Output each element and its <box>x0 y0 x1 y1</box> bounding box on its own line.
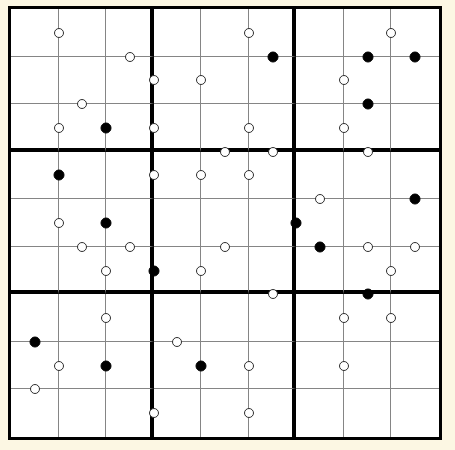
grid-cell-r7c4[interactable] <box>154 294 202 342</box>
grid-cell-r5c6[interactable] <box>249 199 297 247</box>
grid-cell-r1c7[interactable] <box>296 9 344 57</box>
grid-cell-r7c1[interactable] <box>11 294 59 342</box>
grid-cell-r3c5[interactable] <box>201 104 249 152</box>
grid-cell-r5c9[interactable] <box>391 199 439 247</box>
grid-cell-r6c9[interactable] <box>391 247 439 295</box>
board-grid <box>11 9 439 437</box>
grid-cell-r1c3[interactable] <box>106 9 154 57</box>
grid-cell-r9c3[interactable] <box>106 389 154 437</box>
grid-cell-r4c7[interactable] <box>296 152 344 200</box>
grid-cell-r3c1[interactable] <box>11 104 59 152</box>
grid-cell-r6c1[interactable] <box>11 247 59 295</box>
grid-cell-r8c6[interactable] <box>249 342 297 390</box>
grid-cell-r4c5[interactable] <box>201 152 249 200</box>
grid-cell-r9c8[interactable] <box>344 389 392 437</box>
grid-cell-r5c3[interactable] <box>106 199 154 247</box>
grid-cell-r8c5[interactable] <box>201 342 249 390</box>
grid-cell-r6c8[interactable] <box>344 247 392 295</box>
grid-cell-r2c4[interactable] <box>154 57 202 105</box>
grid-cell-r1c9[interactable] <box>391 9 439 57</box>
grid-cell-r1c4[interactable] <box>154 9 202 57</box>
grid-cell-r2c2[interactable] <box>59 57 107 105</box>
grid-cell-r8c7[interactable] <box>296 342 344 390</box>
grid-cell-r4c2[interactable] <box>59 152 107 200</box>
grid-cell-r3c9[interactable] <box>391 104 439 152</box>
grid-cell-r8c1[interactable] <box>11 342 59 390</box>
grid-cell-r7c9[interactable] <box>391 294 439 342</box>
grid-cell-r4c8[interactable] <box>344 152 392 200</box>
grid-cell-r6c4[interactable] <box>154 247 202 295</box>
grid-cell-r6c3[interactable] <box>106 247 154 295</box>
grid-cell-r1c1[interactable] <box>11 9 59 57</box>
grid-cell-r8c9[interactable] <box>391 342 439 390</box>
grid-cell-r3c4[interactable] <box>154 104 202 152</box>
grid-cell-r3c8[interactable] <box>344 104 392 152</box>
grid-cell-r2c9[interactable] <box>391 57 439 105</box>
grid-cell-r8c4[interactable] <box>154 342 202 390</box>
grid-cell-r3c3[interactable] <box>106 104 154 152</box>
grid-cell-r8c8[interactable] <box>344 342 392 390</box>
grid-cell-r3c7[interactable] <box>296 104 344 152</box>
grid-cell-r7c2[interactable] <box>59 294 107 342</box>
grid-cell-r5c8[interactable] <box>344 199 392 247</box>
grid-cell-r9c6[interactable] <box>249 389 297 437</box>
grid-cell-r1c2[interactable] <box>59 9 107 57</box>
grid-cell-r8c3[interactable] <box>106 342 154 390</box>
grid-cell-r8c2[interactable] <box>59 342 107 390</box>
grid-cell-r2c1[interactable] <box>11 57 59 105</box>
grid-cell-r6c7[interactable] <box>296 247 344 295</box>
grid-cell-r1c8[interactable] <box>344 9 392 57</box>
grid-cell-r3c2[interactable] <box>59 104 107 152</box>
grid-cell-r4c9[interactable] <box>391 152 439 200</box>
grid-cell-r6c6[interactable] <box>249 247 297 295</box>
grid-cell-r2c7[interactable] <box>296 57 344 105</box>
grid-cell-r4c3[interactable] <box>106 152 154 200</box>
kropki-sudoku-board <box>8 6 442 440</box>
grid-cell-r2c5[interactable] <box>201 57 249 105</box>
grid-cell-r5c5[interactable] <box>201 199 249 247</box>
grid-cell-r9c2[interactable] <box>59 389 107 437</box>
grid-cell-r5c4[interactable] <box>154 199 202 247</box>
grid-cell-r3c6[interactable] <box>249 104 297 152</box>
grid-cell-r6c5[interactable] <box>201 247 249 295</box>
page-background <box>0 0 455 450</box>
grid-cell-r5c7[interactable] <box>296 199 344 247</box>
grid-cell-r1c6[interactable] <box>249 9 297 57</box>
grid-cell-r7c3[interactable] <box>106 294 154 342</box>
grid-cell-r5c1[interactable] <box>11 199 59 247</box>
grid-cell-r2c6[interactable] <box>249 57 297 105</box>
grid-cell-r4c1[interactable] <box>11 152 59 200</box>
grid-cell-r9c1[interactable] <box>11 389 59 437</box>
grid-cell-r4c4[interactable] <box>154 152 202 200</box>
grid-cell-r2c3[interactable] <box>106 57 154 105</box>
grid-cell-r9c4[interactable] <box>154 389 202 437</box>
grid-cell-r7c6[interactable] <box>249 294 297 342</box>
grid-cell-r2c8[interactable] <box>344 57 392 105</box>
grid-cell-r6c2[interactable] <box>59 247 107 295</box>
grid-cell-r7c7[interactable] <box>296 294 344 342</box>
grid-cell-r5c2[interactable] <box>59 199 107 247</box>
grid-cell-r9c7[interactable] <box>296 389 344 437</box>
grid-cell-r9c5[interactable] <box>201 389 249 437</box>
grid-cell-r1c5[interactable] <box>201 9 249 57</box>
grid-cell-r4c6[interactable] <box>249 152 297 200</box>
grid-cell-r7c8[interactable] <box>344 294 392 342</box>
grid-cell-r7c5[interactable] <box>201 294 249 342</box>
grid-cell-r9c9[interactable] <box>391 389 439 437</box>
